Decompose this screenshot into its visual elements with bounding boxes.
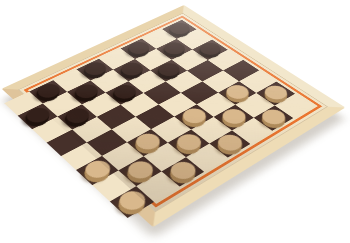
checkers-grid: ●●●●●●●●●●●●●●●●●●●●●●●● <box>32 20 314 201</box>
checkers-board: ●●●●●●●●●●●●●●●●●●●●●●●● <box>2 5 346 227</box>
product-photo-scene: ●●●●●●●●●●●●●●●●●●●●●●●● <box>0 0 350 243</box>
